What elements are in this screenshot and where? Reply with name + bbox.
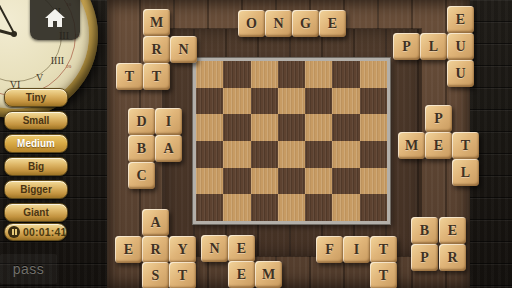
letter-tile-b[interactable]: B	[128, 135, 155, 162]
letter-tile-y[interactable]: Y	[169, 236, 196, 263]
letter-tile-d[interactable]: D	[128, 108, 155, 135]
letter-tile-e[interactable]: E	[319, 10, 346, 37]
letter-tile-t[interactable]: T	[370, 236, 397, 263]
letter-tile-t[interactable]: T	[143, 63, 170, 90]
letter-tile-n[interactable]: N	[201, 235, 228, 262]
home-button[interactable]	[30, 0, 80, 40]
letter-tile-p[interactable]: P	[411, 244, 438, 271]
letter-tile-o[interactable]: O	[238, 10, 265, 37]
letter-tile-t[interactable]: T	[452, 132, 479, 159]
letter-tile-m[interactable]: M	[255, 261, 282, 288]
letter-tile-e[interactable]: E	[228, 261, 255, 288]
letter-tile-r[interactable]: R	[143, 36, 170, 63]
letter-tile-e[interactable]: E	[447, 6, 474, 33]
letter-tile-s[interactable]: S	[142, 262, 169, 288]
tiles-layer: MRNTTONGEEPLUUPMETLDIBACAERYSTNEEMFITTBE…	[0, 0, 512, 288]
letter-tile-e[interactable]: E	[439, 217, 466, 244]
letter-tile-c[interactable]: C	[128, 162, 155, 189]
letter-tile-g[interactable]: G	[292, 10, 319, 37]
letter-tile-e[interactable]: E	[228, 235, 255, 262]
letter-tile-n[interactable]: N	[170, 36, 197, 63]
letter-tile-f[interactable]: F	[316, 236, 343, 263]
game-screen: MRNTTONGEEPLUUPMETLDIBACAERYSTNEEMFITTBE…	[0, 0, 512, 288]
letter-tile-m[interactable]: M	[398, 132, 425, 159]
letter-tile-a[interactable]: A	[142, 209, 169, 236]
letter-tile-t[interactable]: T	[370, 262, 397, 288]
letter-tile-r[interactable]: R	[142, 236, 169, 263]
letter-tile-e[interactable]: E	[115, 236, 142, 263]
letter-tile-t[interactable]: T	[169, 262, 196, 288]
letter-tile-t[interactable]: T	[116, 63, 143, 90]
letter-tile-e[interactable]: E	[425, 132, 452, 159]
letter-tile-l[interactable]: L	[420, 33, 447, 60]
letter-tile-i[interactable]: I	[343, 236, 370, 263]
letter-tile-u[interactable]: U	[447, 60, 474, 87]
letter-tile-a[interactable]: A	[155, 135, 182, 162]
letter-tile-l[interactable]: L	[452, 159, 479, 186]
letter-tile-r[interactable]: R	[439, 244, 466, 271]
letter-tile-u[interactable]: U	[447, 33, 474, 60]
letter-tile-i[interactable]: I	[155, 108, 182, 135]
letter-tile-m[interactable]: M	[143, 9, 170, 36]
home-icon	[44, 8, 66, 28]
letter-tile-b[interactable]: B	[411, 217, 438, 244]
letter-tile-n[interactable]: N	[265, 10, 292, 37]
letter-tile-p[interactable]: P	[393, 33, 420, 60]
letter-tile-p[interactable]: P	[425, 105, 452, 132]
